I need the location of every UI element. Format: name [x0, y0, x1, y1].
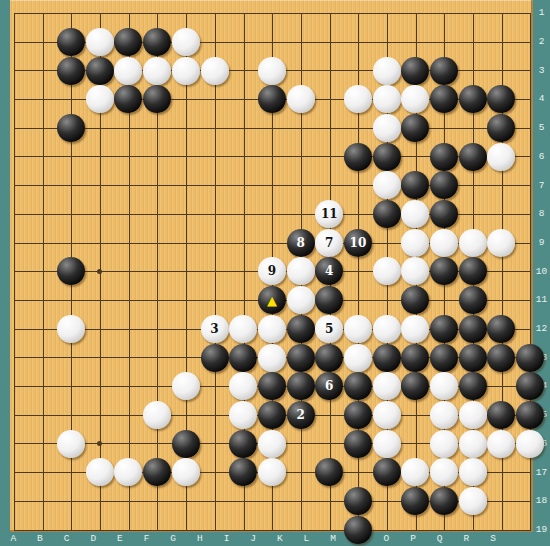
- white-stone: [86, 458, 114, 486]
- white-stone: [459, 229, 487, 257]
- black-stone: [487, 344, 515, 372]
- black-stone: [143, 85, 171, 113]
- white-stone: [114, 458, 142, 486]
- column-label: A: [10, 534, 16, 544]
- black-stone: [430, 257, 458, 285]
- black-stone: [401, 344, 429, 372]
- white-stone: [516, 430, 544, 458]
- black-stone: [258, 401, 286, 429]
- white-stone: [373, 430, 401, 458]
- white-stone: [172, 458, 200, 486]
- row-label: 1: [539, 9, 545, 19]
- white-stone: [172, 57, 200, 85]
- white-stone: [487, 430, 515, 458]
- white-stone: [373, 372, 401, 400]
- black-stone: [430, 85, 458, 113]
- row-label: 12: [536, 324, 547, 334]
- column-label: M: [330, 534, 336, 544]
- white-stone: [459, 430, 487, 458]
- black-stone: [57, 57, 85, 85]
- white-stone: 5: [315, 315, 343, 343]
- white-stone: [459, 401, 487, 429]
- white-stone: [430, 372, 458, 400]
- star-point: [97, 441, 102, 446]
- white-stone: [373, 171, 401, 199]
- black-stone: [459, 257, 487, 285]
- black-stone: [258, 372, 286, 400]
- row-label: 8: [539, 209, 545, 219]
- row-label: 6: [539, 152, 545, 162]
- white-stone: [430, 430, 458, 458]
- column-label: F: [144, 534, 150, 544]
- white-stone: 9: [258, 257, 286, 285]
- black-stone: [459, 372, 487, 400]
- column-label: E: [117, 534, 123, 544]
- black-stone: [315, 344, 343, 372]
- black-stone: [401, 114, 429, 142]
- black-stone: [516, 401, 544, 429]
- black-stone: 10: [344, 229, 372, 257]
- black-stone: [459, 315, 487, 343]
- black-stone: [430, 344, 458, 372]
- row-label: 18: [536, 496, 547, 506]
- white-stone: [344, 344, 372, 372]
- black-stone: [373, 458, 401, 486]
- black-stone: [401, 487, 429, 515]
- column-label: H: [197, 534, 203, 544]
- column-label: L: [304, 534, 310, 544]
- row-label: 10: [536, 267, 547, 277]
- black-stone: [487, 114, 515, 142]
- white-stone: [258, 315, 286, 343]
- white-stone: [459, 458, 487, 486]
- star-point: [97, 269, 102, 274]
- black-stone: [430, 315, 458, 343]
- white-stone: [487, 143, 515, 171]
- white-stone: [401, 257, 429, 285]
- move-number: 6: [325, 380, 333, 392]
- row-label: 11: [536, 296, 547, 306]
- column-label: J: [250, 534, 256, 544]
- black-stone: [287, 315, 315, 343]
- row-label: 9: [539, 238, 545, 248]
- white-stone: [201, 57, 229, 85]
- black-stone: [114, 28, 142, 56]
- black-stone: [287, 344, 315, 372]
- white-stone: [114, 57, 142, 85]
- white-stone: [172, 372, 200, 400]
- white-stone: 3: [201, 315, 229, 343]
- move-number: 11: [321, 208, 338, 220]
- white-stone: [401, 85, 429, 113]
- move-number: 7: [325, 237, 333, 249]
- white-stone: [373, 85, 401, 113]
- row-label: 17: [536, 468, 547, 478]
- black-stone: [229, 458, 257, 486]
- white-stone: [430, 458, 458, 486]
- white-stone: [344, 315, 372, 343]
- white-stone: [143, 57, 171, 85]
- black-stone: [229, 344, 257, 372]
- black-stone: [143, 458, 171, 486]
- black-stone: [487, 85, 515, 113]
- column-label: S: [490, 534, 496, 544]
- black-stone: [401, 286, 429, 314]
- column-label: R: [463, 534, 469, 544]
- white-stone: [459, 487, 487, 515]
- black-stone: [344, 372, 372, 400]
- white-stone: 7: [315, 229, 343, 257]
- black-stone: [258, 85, 286, 113]
- black-stone: [201, 344, 229, 372]
- black-stone: [114, 85, 142, 113]
- white-stone: 11: [315, 200, 343, 228]
- white-stone: [229, 315, 257, 343]
- black-stone: [143, 28, 171, 56]
- white-stone: [430, 229, 458, 257]
- column-label: D: [90, 534, 96, 544]
- column-label: G: [170, 534, 176, 544]
- black-stone: [459, 143, 487, 171]
- white-stone: [86, 85, 114, 113]
- white-stone: [258, 458, 286, 486]
- white-stone: [373, 257, 401, 285]
- white-stone: [401, 229, 429, 257]
- black-stone: [430, 200, 458, 228]
- row-label: 5: [539, 123, 545, 133]
- black-stone: [430, 143, 458, 171]
- black-stone: [373, 344, 401, 372]
- black-stone: [172, 430, 200, 458]
- white-stone: [344, 85, 372, 113]
- black-stone: [401, 57, 429, 85]
- black-stone: [401, 171, 429, 199]
- black-stone: 4: [315, 257, 343, 285]
- move-number: 10: [350, 237, 367, 249]
- white-stone: [373, 401, 401, 429]
- black-stone: [287, 372, 315, 400]
- black-stone: 8: [287, 229, 315, 257]
- triangle-marker: ▲: [267, 294, 277, 307]
- black-stone: 2: [287, 401, 315, 429]
- black-stone: [430, 487, 458, 515]
- white-stone: [401, 200, 429, 228]
- white-stone: [57, 315, 85, 343]
- column-label: P: [410, 534, 416, 544]
- column-label: I: [224, 534, 230, 544]
- black-stone: [344, 516, 372, 544]
- black-stone: [459, 344, 487, 372]
- row-label: 19: [536, 525, 547, 535]
- white-stone: [401, 315, 429, 343]
- white-stone: [258, 57, 286, 85]
- black-stone: [229, 430, 257, 458]
- black-stone: [373, 200, 401, 228]
- black-stone: [459, 85, 487, 113]
- row-label: 3: [539, 66, 545, 76]
- black-stone: [516, 344, 544, 372]
- row-coordinate-strip: 12345678910111213141516171819: [533, 0, 550, 546]
- row-label: 7: [539, 181, 545, 191]
- column-label: C: [64, 534, 70, 544]
- move-number: 2: [296, 409, 304, 421]
- white-stone: [258, 344, 286, 372]
- move-number: 9: [268, 265, 276, 277]
- black-stone: [86, 57, 114, 85]
- black-stone: [373, 143, 401, 171]
- left-border-strip: [0, 0, 10, 532]
- black-stone: [315, 458, 343, 486]
- move-number: 4: [325, 265, 333, 277]
- column-label: Q: [437, 534, 443, 544]
- black-stone: [430, 171, 458, 199]
- black-stone: [459, 286, 487, 314]
- column-label: K: [277, 534, 283, 544]
- white-stone: [487, 229, 515, 257]
- black-stone: [57, 114, 85, 142]
- go-board-app: 11871094▲3562 12345678910111213141516171…: [0, 0, 550, 546]
- white-stone: [258, 430, 286, 458]
- white-stone: [430, 401, 458, 429]
- white-stone: [287, 85, 315, 113]
- white-stone: [172, 28, 200, 56]
- black-stone: ▲: [258, 286, 286, 314]
- white-stone: [373, 114, 401, 142]
- column-label: B: [37, 534, 43, 544]
- white-stone: [287, 257, 315, 285]
- column-coordinate-strip: ABCDEFGHIJKLMNOPQRS: [0, 532, 533, 546]
- black-stone: [315, 286, 343, 314]
- black-stone: [57, 28, 85, 56]
- black-stone: [430, 57, 458, 85]
- row-label: 4: [539, 95, 545, 105]
- white-stone: [373, 315, 401, 343]
- move-number: 8: [296, 237, 304, 249]
- black-stone: [487, 401, 515, 429]
- white-stone: [287, 286, 315, 314]
- black-stone: [344, 401, 372, 429]
- go-board[interactable]: 11871094▲3562: [0, 0, 544, 544]
- black-stone: [487, 315, 515, 343]
- column-label: O: [384, 534, 390, 544]
- row-label: 2: [539, 37, 545, 47]
- move-number: 3: [210, 323, 218, 335]
- white-stone: [229, 401, 257, 429]
- black-stone: [344, 143, 372, 171]
- white-stone: [401, 458, 429, 486]
- black-stone: [401, 372, 429, 400]
- white-stone: [143, 401, 171, 429]
- black-stone: [344, 430, 372, 458]
- white-stone: [57, 430, 85, 458]
- black-stone: [57, 257, 85, 285]
- black-stone: [344, 487, 372, 515]
- white-stone: [373, 57, 401, 85]
- black-stone: 6: [315, 372, 343, 400]
- move-number: 5: [325, 323, 333, 335]
- white-stone: [86, 28, 114, 56]
- white-stone: [229, 372, 257, 400]
